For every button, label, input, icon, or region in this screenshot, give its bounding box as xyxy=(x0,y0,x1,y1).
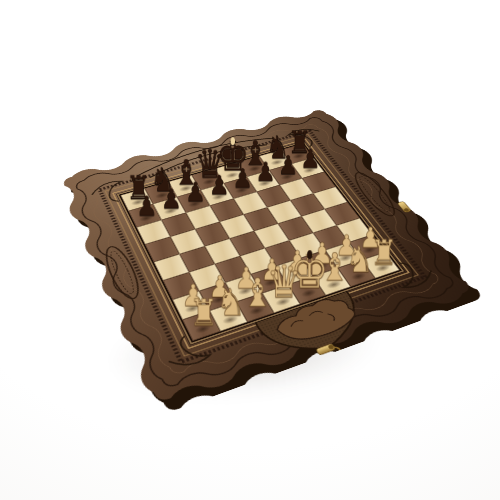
piece-black-pawn-b7: ♟ xyxy=(160,187,181,212)
piece-black-pawn-h7: ♟ xyxy=(300,147,320,171)
piece-black-pawn-e7: ♟ xyxy=(232,166,253,190)
piece-white-bishop-c1: ♝ xyxy=(242,275,273,311)
piece-black-pawn-g7: ♟ xyxy=(278,153,298,177)
piece-white-rook-h1: ♜ xyxy=(370,237,397,269)
piece-black-pawn-c7: ♟ xyxy=(185,180,206,205)
board-box: ♜♞♝♛♚♝♞♜♟♟♟♟♟♟♟♟♟♟♟♟♟♟♟♟♜♞♝♛♚♝♞♜ xyxy=(47,100,492,420)
piece-black-pawn-a7: ♟ xyxy=(136,194,158,219)
king-finial xyxy=(230,137,235,145)
piece-white-knight-b1: ♞ xyxy=(216,286,245,320)
product-photo: ♜♞♝♛♚♝♞♜♟♟♟♟♟♟♟♟♟♟♟♟♟♟♟♟♜♞♝♛♚♝♞♜ xyxy=(0,0,500,500)
piece-black-pawn-f7: ♟ xyxy=(255,160,275,184)
king-finial xyxy=(307,250,312,259)
piece-white-rook-a1: ♜ xyxy=(189,296,218,330)
piece-black-pawn-d7: ♟ xyxy=(208,173,229,198)
scene: ♜♞♝♛♚♝♞♜♟♟♟♟♟♟♟♟♟♟♟♟♟♟♟♟♜♞♝♛♚♝♞♜ xyxy=(0,0,500,500)
